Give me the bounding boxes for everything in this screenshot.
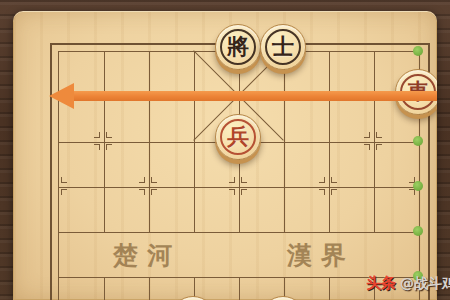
point-marker (228, 176, 248, 196)
piece-black-general[interactable]: 將 (215, 24, 261, 70)
move-hint-dot[interactable] (413, 181, 423, 191)
move-hint-dot[interactable] (413, 226, 423, 236)
board-cell[interactable] (104, 277, 149, 300)
board-cell[interactable] (59, 232, 104, 277)
board-cell[interactable] (194, 232, 239, 277)
move-hint-dot[interactable] (413, 46, 423, 56)
xiangqi-board[interactable]: 楚河 漢界 將士車兵 (13, 11, 437, 300)
piece-character: 將 (227, 36, 249, 58)
point-marker (363, 131, 383, 151)
point-marker (138, 176, 158, 196)
move-hint-dot[interactable] (413, 136, 423, 146)
piece-character: 士 (272, 36, 294, 58)
board-cell[interactable] (284, 97, 329, 142)
piece-red-soldier[interactable]: 兵 (215, 114, 261, 160)
board-cell[interactable] (149, 97, 194, 142)
xiangqi-screenshot: 楚河 漢界 將士車兵 头条 @战斗鸡 (0, 0, 450, 300)
board-cell[interactable] (239, 232, 284, 277)
piece-character: 兵 (227, 126, 249, 148)
move-arrow-shaft (72, 91, 437, 101)
watermark-handle: @战斗鸡 (400, 275, 450, 293)
point-marker (48, 176, 68, 196)
toutiao-logo: 头条 (366, 274, 396, 293)
board-cell[interactable] (374, 232, 419, 277)
board-cell[interactable] (59, 277, 104, 300)
river-label-right: 漢界 (287, 239, 355, 272)
point-marker (93, 131, 113, 151)
watermark: 头条 @战斗鸡 (366, 274, 450, 293)
move-arrow-head (49, 83, 74, 109)
river-label-left: 楚河 (113, 239, 181, 272)
point-marker (318, 176, 338, 196)
piece-black-advisor[interactable]: 士 (260, 24, 306, 70)
